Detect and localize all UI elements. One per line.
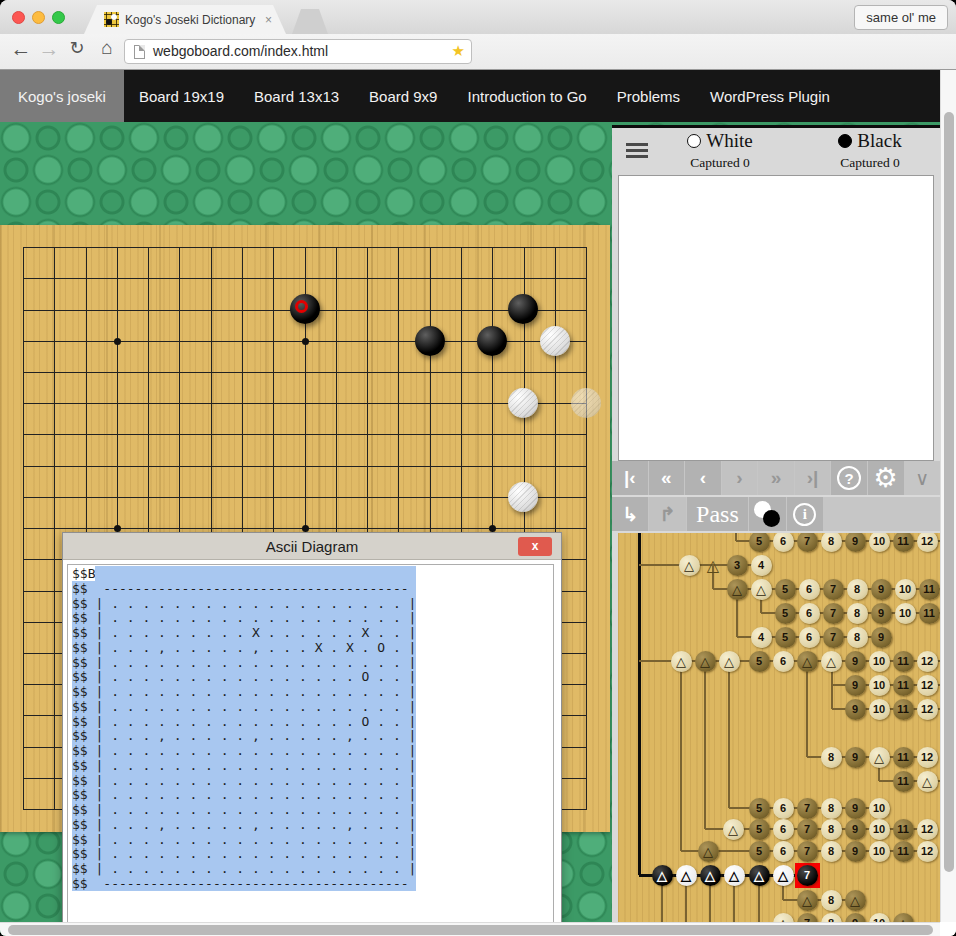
stone-pair-icon: [754, 501, 780, 527]
url-bar[interactable]: webgoboard.com/index.html ★: [124, 39, 472, 64]
tree-node[interactable]: 11: [893, 841, 914, 862]
tree-node[interactable]: 10: [869, 699, 890, 720]
scrollbar-corner: [940, 922, 956, 936]
help-ring: ?: [837, 466, 861, 490]
tree-node[interactable]: 10: [869, 675, 890, 696]
hoshi-point: [114, 525, 121, 532]
ascii-line: $$ | . . . . . . . . . . . . . . . . O .…: [72, 670, 553, 685]
tree-node[interactable]: 8: [821, 747, 842, 768]
tree-node[interactable]: △: [676, 865, 697, 886]
tree-node[interactable]: 9: [845, 651, 866, 672]
hoshi-point: [302, 338, 309, 345]
move-tree[interactable]: 5678910111213△△34△△567891011125678910111…: [618, 533, 940, 925]
game-panel: White Captured 0 Black Captured 0 |‹«‹›»…: [612, 125, 940, 922]
ascii-line: $$ | . . . . . . . . . . . . . . . . . .…: [72, 759, 553, 774]
tree-node[interactable]: 9: [845, 819, 866, 840]
tree-node[interactable]: 9: [845, 533, 866, 552]
tree-node[interactable]: 7: [797, 533, 818, 552]
tree-node[interactable]: 10: [895, 603, 916, 624]
tree-node[interactable]: 9: [845, 841, 866, 862]
info-button[interactable]: i: [787, 497, 823, 531]
forward-button: ›: [722, 461, 758, 495]
tree-node[interactable]: △: [652, 865, 673, 886]
black-stone[interactable]: [477, 326, 507, 356]
tree-node[interactable]: △: [751, 579, 772, 600]
tree-node[interactable]: △: [749, 865, 770, 886]
tree-connector: [680, 661, 682, 851]
dialog-title: Ascii Diagram: [63, 533, 561, 560]
ascii-line: $$ | . . . . . . . . . . . . . . . . . .…: [72, 833, 553, 848]
ascii-diagram-dialog: Ascii Diagram x $$B $$ -----------------…: [62, 532, 562, 936]
black-label: Black: [857, 130, 901, 151]
tree-connector: [704, 661, 706, 829]
ascii-line: $$ | . . . . . . . . . . . . . . . . . .…: [72, 744, 553, 759]
tree-node[interactable]: △: [724, 865, 745, 886]
tree-node[interactable]: 7: [823, 603, 844, 624]
nav-item-6[interactable]: WordPress Plugin: [695, 70, 845, 122]
tree-node[interactable]: 11: [893, 771, 914, 792]
tree-node[interactable]: 5: [749, 533, 770, 552]
horizontal-scrollbar-thumb[interactable]: [8, 925, 933, 935]
tree-node[interactable]: △: [723, 819, 744, 840]
tree-node[interactable]: 12: [917, 533, 938, 552]
tree-node[interactable]: 12: [917, 747, 938, 768]
ascii-diagram-textarea[interactable]: $$B $$ ---------------------------------…: [67, 564, 554, 930]
ascii-line: $$ | . . . . . . . . . . . . . . . . O .…: [72, 715, 553, 730]
tree-node[interactable]: 11: [919, 579, 940, 600]
nav-item-4[interactable]: Introduction to Go: [452, 70, 601, 122]
ghost-white-stone[interactable]: [571, 388, 601, 418]
tree-node[interactable]: 10: [869, 533, 890, 552]
ascii-line: $$ | . . . . . . . . . . . . . . . . . .…: [72, 597, 553, 612]
tree-node[interactable]: 7: [797, 819, 818, 840]
tree-node[interactable]: △: [773, 865, 794, 886]
tree-node[interactable]: 11: [919, 603, 940, 624]
tree-node[interactable]: 7: [797, 841, 818, 862]
tree-connector: [806, 661, 808, 757]
tree-node[interactable]: 7: [797, 798, 818, 819]
ascii-line: $$ | . . . . . . . . . . . . . . . . . .…: [72, 847, 553, 862]
white-captured-count: Captured 0: [660, 155, 780, 171]
tree-node[interactable]: 6: [799, 627, 820, 648]
branch-down-button[interactable]: ↳: [612, 497, 648, 531]
nav-item-3[interactable]: Board 9x9: [354, 70, 452, 122]
tree-node[interactable]: 11: [893, 819, 914, 840]
tree-node[interactable]: 8: [821, 798, 842, 819]
tree-node[interactable]: 7: [823, 627, 844, 648]
tree-node[interactable]: 12: [917, 675, 938, 696]
tree-node[interactable]: 10: [869, 819, 890, 840]
last-move-button: ›|: [795, 461, 831, 495]
ascii-line: $$ | . . . . . . . . . . . . . . . . . .…: [72, 862, 553, 877]
settings-button[interactable]: ⚙: [868, 461, 904, 495]
tree-node[interactable]: △: [917, 771, 938, 792]
tree-node[interactable]: 9: [845, 699, 866, 720]
tree-node[interactable]: 11: [893, 699, 914, 720]
tree-node[interactable]: 7: [797, 865, 818, 886]
ascii-line: $$ | . . . . . . . . . . . . . . . . . .…: [72, 788, 553, 803]
ascii-line: $$B: [72, 567, 553, 582]
black-stone-icon: [838, 134, 852, 148]
browser-window: Kogo's Joseki Dictionary × same ol' me ←…: [0, 0, 956, 936]
panel-menu-icon[interactable]: [626, 143, 648, 159]
ascii-line: $$ | . . . . . . . . . . . . . . . . . .…: [72, 774, 553, 789]
dialog-close-button[interactable]: x: [518, 537, 552, 556]
tree-node[interactable]: △: [797, 890, 818, 911]
pass-button[interactable]: Pass: [687, 497, 749, 531]
bookmark-star-icon[interactable]: ★: [452, 42, 465, 60]
tree-node[interactable]: 9: [845, 675, 866, 696]
toggle-color-button[interactable]: [749, 497, 785, 531]
nav-item-0[interactable]: Kogo's joseki: [0, 70, 124, 122]
tree-node[interactable]: 9: [871, 603, 892, 624]
site-navbar: Kogo's josekiBoard 19x19Board 13x13Board…: [0, 70, 940, 122]
forward-icon: →: [36, 37, 62, 61]
black-stone[interactable]: [508, 294, 538, 324]
profile-button[interactable]: same ol' me: [854, 5, 948, 30]
help-button[interactable]: ?: [831, 461, 867, 495]
tree-node[interactable]: 4: [751, 555, 772, 576]
tree-node[interactable]: 9: [845, 747, 866, 768]
tree-node[interactable]: △: [821, 651, 842, 672]
zoom-window-button[interactable]: [52, 11, 65, 24]
tree-node[interactable]: △: [679, 555, 700, 576]
tree-node[interactable]: 5: [775, 579, 796, 600]
ascii-line: $$ | . . . . . . . . . X . . . . . . X .…: [72, 626, 553, 641]
info-ring: i: [793, 503, 816, 526]
reload-icon[interactable]: ↻: [64, 37, 90, 59]
tree-node[interactable]: 6: [773, 841, 794, 862]
tree-node[interactable]: 12: [917, 819, 938, 840]
fast-forward-button: »: [758, 461, 794, 495]
collapse-button[interactable]: ∨: [905, 461, 941, 495]
first-move-button[interactable]: |‹: [612, 461, 648, 495]
tree-node[interactable]: 9: [845, 798, 866, 819]
nav-item-1[interactable]: Board 19x19: [124, 70, 239, 122]
navigation-controls: |‹«‹›»›|?⚙∨: [612, 461, 940, 495]
tree-node[interactable]: 3: [727, 555, 748, 576]
tree-node[interactable]: 12: [917, 651, 938, 672]
comment-box[interactable]: [618, 175, 934, 461]
tree-node[interactable]: △: [727, 579, 748, 600]
tree-node[interactable]: 10: [869, 798, 890, 819]
browser-toolbar: ← → ↻ ⌂ webgoboard.com/index.html ★ ♻i16…: [0, 34, 956, 70]
tree-node[interactable]: 12: [917, 699, 938, 720]
url-text[interactable]: webgoboard.com/index.html: [153, 43, 328, 59]
last-move-marker-icon: [295, 300, 308, 313]
ascii-line: $$ | . . . . . . . . . . . . . . . . . .…: [72, 656, 553, 671]
goban-favicon-icon: [104, 12, 119, 27]
black-captured-count: Captured 0: [810, 155, 930, 171]
tree-node[interactable]: 4: [751, 627, 772, 648]
controls-filler: [824, 497, 940, 531]
capture-header: White Captured 0 Black Captured 0: [612, 128, 940, 175]
tree-node[interactable]: 6: [773, 819, 794, 840]
branch-up-button: ↱: [649, 497, 685, 531]
tree-node[interactable]: 8: [847, 579, 868, 600]
tab-title: Kogo's Joseki Dictionary: [125, 13, 259, 27]
black-stone[interactable]: [415, 326, 445, 356]
tree-node[interactable]: △: [719, 651, 740, 672]
tree-node[interactable]: 5: [749, 651, 770, 672]
tree-node[interactable]: 5: [749, 819, 770, 840]
ascii-line: $$ | . . . . . . . . . . . . . . . . . .…: [72, 611, 553, 626]
tree-node[interactable]: 8: [821, 819, 842, 840]
vertical-scrollbar-thumb[interactable]: [944, 112, 954, 872]
tree-node[interactable]: △: [797, 651, 818, 672]
tree-node[interactable]: 5: [749, 841, 770, 862]
tree-node[interactable]: 6: [773, 798, 794, 819]
white-stone[interactable]: [540, 326, 570, 356]
titlebar: Kogo's Joseki Dictionary × same ol' me: [0, 0, 956, 34]
ascii-line: $$ | . . . , . . . . . , . . . . . , . .…: [72, 818, 553, 833]
tree-node[interactable]: 8: [847, 603, 868, 624]
tree-node[interactable]: 11: [893, 651, 914, 672]
hoshi-point: [114, 338, 121, 345]
ascii-line: $$ -------------------------------------…: [72, 582, 553, 597]
vertical-scrollbar[interactable]: [940, 70, 956, 922]
tree-node[interactable]: 6: [799, 579, 820, 600]
tree-node[interactable]: △: [845, 890, 866, 911]
tree-node[interactable]: 10: [869, 651, 890, 672]
tree-node[interactable]: 10: [895, 579, 916, 600]
tree-node[interactable]: 8: [847, 627, 868, 648]
ascii-line: $$ | . . . . . . . . . . . . . . . . . .…: [72, 803, 553, 818]
tab-close-icon[interactable]: ×: [265, 13, 272, 27]
tree-node[interactable]: △: [695, 651, 716, 672]
tree-node[interactable]: 6: [773, 651, 794, 672]
minimize-window-button[interactable]: [32, 11, 45, 24]
ascii-line: $$ | . . . . . . . . . . . . . . . . . .…: [72, 700, 553, 715]
tree-node[interactable]: 8: [821, 841, 842, 862]
white-stone[interactable]: [508, 482, 538, 512]
black-circle: [763, 510, 780, 527]
tree-node[interactable]: 11: [893, 675, 914, 696]
home-icon[interactable]: ⌂: [94, 37, 120, 59]
tree-node[interactable]: 8: [821, 890, 842, 911]
tree-node[interactable]: 5: [775, 603, 796, 624]
tree-connector: [728, 661, 730, 808]
close-window-button[interactable]: [12, 11, 25, 24]
tree-node[interactable]: 9: [871, 627, 892, 648]
tree-node[interactable]: 8: [821, 533, 842, 552]
tree-node[interactable]: 10: [869, 841, 890, 862]
tree-node[interactable]: 6: [773, 533, 794, 552]
ascii-line: $$ | . . . . . . . . . . . . . . . . . .…: [72, 685, 553, 700]
horizontal-scrollbar[interactable]: [0, 922, 940, 936]
white-stone-icon: [687, 134, 701, 148]
ascii-line: $$ | . . . , . . . . . , . . . . . , . .…: [72, 729, 553, 744]
tree-connector: [638, 533, 641, 875]
nav-item-5[interactable]: Problems: [602, 70, 695, 122]
action-controls: ↳↱Passi: [612, 497, 940, 531]
tree-node[interactable]: △: [700, 865, 721, 886]
white-capture-column: White Captured 0: [660, 130, 780, 171]
white-label: White: [706, 130, 752, 151]
hoshi-point: [302, 525, 309, 532]
tree-node[interactable]: △: [703, 555, 724, 576]
ascii-line: $$ | . . . , . . . . . , . . . X . X . O…: [72, 641, 553, 656]
back-icon[interactable]: ←: [8, 37, 34, 61]
grid-vline: [586, 247, 587, 810]
tree-node[interactable]: △: [869, 747, 890, 768]
white-stone[interactable]: [508, 388, 538, 418]
ascii-line: $$ -------------------------------------…: [72, 877, 553, 892]
tree-node[interactable]: 7: [823, 579, 844, 600]
nav-item-2[interactable]: Board 13x13: [239, 70, 354, 122]
tree-node[interactable]: 11: [893, 533, 914, 552]
browser-tab[interactable]: Kogo's Joseki Dictionary ×: [84, 5, 286, 34]
tree-node[interactable]: 11: [893, 747, 914, 768]
tree-node[interactable]: △: [671, 651, 692, 672]
back-button[interactable]: ‹: [685, 461, 721, 495]
page-icon: [134, 45, 145, 59]
fast-back-button[interactable]: «: [649, 461, 685, 495]
tree-node[interactable]: 6: [799, 603, 820, 624]
tree-node[interactable]: 5: [775, 627, 796, 648]
new-tab-button[interactable]: [292, 9, 328, 34]
tree-node[interactable]: 9: [871, 579, 892, 600]
hoshi-point: [489, 525, 496, 532]
tree-node[interactable]: △: [698, 841, 719, 862]
black-capture-column: Black Captured 0: [810, 130, 930, 171]
tree-node[interactable]: 12: [917, 841, 938, 862]
tree-node[interactable]: 5: [749, 798, 770, 819]
